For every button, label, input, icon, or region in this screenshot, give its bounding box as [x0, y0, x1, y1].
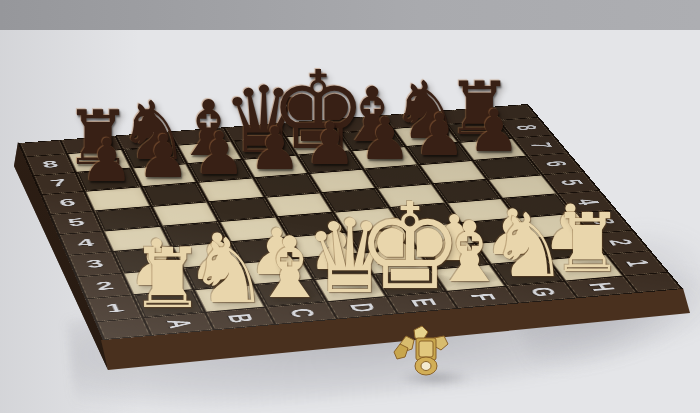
piece-black-pawn-b7[interactable]: ♟	[137, 127, 190, 186]
background-wall-top-band	[0, 0, 700, 30]
rank-label: 3	[84, 258, 105, 270]
piece-black-pawn-h7[interactable]: ♟	[468, 102, 520, 160]
rank-label: 7	[525, 142, 556, 149]
piece-black-pawn-g7[interactable]: ♟	[413, 106, 465, 165]
rank-label: 5	[66, 217, 87, 228]
scene: 8877665544332211ABCDEFGH ♜♞♝♛♚♝♞♜♟♟♟♟♟♟♟…	[0, 0, 700, 413]
coord-label-left-3: 3	[69, 252, 121, 276]
piece-black-pawn-c7[interactable]: ♟	[193, 123, 246, 182]
rank-label: 4	[75, 237, 96, 249]
rank-label: 2	[94, 280, 116, 292]
rank-label: 6	[57, 197, 77, 208]
rank-label: 6	[540, 160, 571, 167]
piece-black-pawn-d7[interactable]: ♟	[248, 119, 301, 178]
piece-black-pawn-f7[interactable]: ♟	[359, 110, 412, 169]
rank-label: 1	[104, 302, 126, 315]
brass-clasp-icon	[392, 322, 458, 380]
rank-label: 5	[555, 179, 587, 186]
rank-label: 1	[620, 259, 654, 267]
rank-label: 8	[41, 159, 61, 169]
coord-label-left-5: 5	[51, 211, 102, 234]
piece-black-pawn-a7[interactable]: ♟	[80, 132, 133, 192]
coord-label-left-2: 2	[78, 274, 131, 299]
coord-label-left-4: 4	[60, 231, 111, 255]
piece-black-pawn-e7[interactable]: ♟	[304, 115, 357, 174]
piece-white-rook-h1[interactable]: ♜	[551, 203, 624, 284]
